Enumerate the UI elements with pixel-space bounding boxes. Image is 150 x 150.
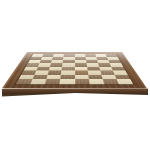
chessboard-top bbox=[2, 52, 147, 89]
square-g8[interactable] bbox=[95, 54, 107, 57]
square-a5[interactable] bbox=[26, 63, 40, 67]
square-f1[interactable] bbox=[88, 79, 103, 84]
square-e3[interactable] bbox=[75, 70, 88, 74]
board-front-edge bbox=[2, 88, 148, 97]
square-d1[interactable] bbox=[60, 79, 75, 84]
board-frame bbox=[2, 52, 147, 89]
square-d4[interactable] bbox=[62, 67, 75, 71]
square-h1[interactable] bbox=[116, 79, 133, 84]
board-grid bbox=[16, 54, 134, 84]
square-b1[interactable] bbox=[30, 79, 46, 84]
square-c1[interactable] bbox=[45, 79, 60, 84]
chessboard-photo bbox=[0, 0, 150, 150]
square-g3[interactable] bbox=[100, 70, 115, 74]
square-b8[interactable] bbox=[42, 54, 54, 57]
square-e1[interactable] bbox=[75, 79, 90, 84]
